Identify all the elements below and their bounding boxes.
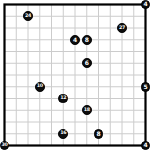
stone-number: 16: [60, 131, 66, 136]
stone-number: 8: [96, 131, 100, 137]
black-stone-A1[interactable]: 30: [0, 141, 9, 150]
black-stone-C12[interactable]: 24: [23, 11, 33, 21]
stone-layer: 244274861051218168304: [0, 0, 150, 150]
stone-number: 4: [73, 37, 77, 43]
stone-number: 4: [143, 142, 147, 148]
stone-number: 30: [1, 143, 7, 148]
black-stone-N1[interactable]: 4: [141, 141, 150, 150]
black-stone-F5[interactable]: 12: [58, 94, 68, 104]
black-stone-L11[interactable]: 27: [117, 23, 127, 33]
stone-number: 5: [143, 84, 147, 90]
stone-number: 24: [25, 14, 31, 19]
go-board[interactable]: 244274861051218168304: [0, 0, 150, 150]
black-stone-H4[interactable]: 18: [82, 105, 92, 115]
black-stone-H10[interactable]: 8: [82, 35, 92, 45]
stone-number: 8: [85, 37, 89, 43]
stone-number: 27: [119, 26, 125, 31]
stone-number: 12: [60, 96, 66, 101]
black-stone-D6[interactable]: 10: [35, 82, 45, 92]
stone-number: 10: [37, 84, 43, 89]
black-stone-F2[interactable]: 16: [58, 129, 68, 139]
stone-number: 18: [84, 108, 90, 113]
black-stone-N6[interactable]: 5: [141, 82, 150, 92]
black-stone-N13[interactable]: 4: [141, 0, 150, 9]
stone-number: 4: [143, 1, 147, 7]
black-stone-J2[interactable]: 8: [94, 129, 104, 139]
stone-number: 6: [85, 60, 89, 66]
black-stone-H8[interactable]: 6: [82, 58, 92, 68]
black-stone-G10[interactable]: 4: [70, 35, 80, 45]
